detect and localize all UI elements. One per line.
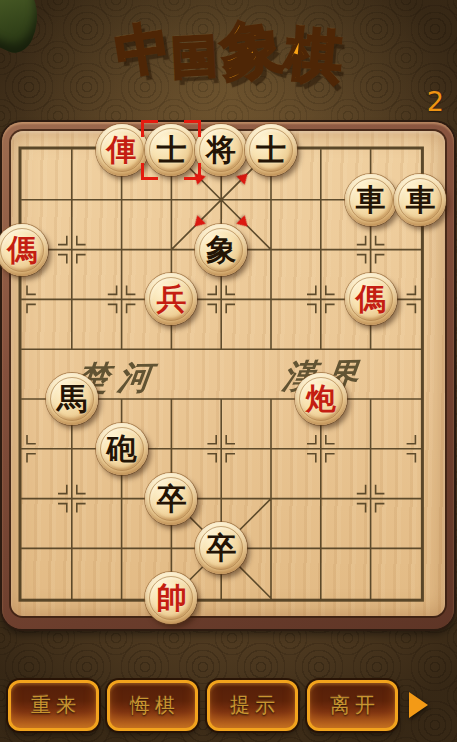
piece-black-advisor[interactable]: 士 <box>145 124 197 176</box>
piece-red-horse[interactable]: 傌 <box>345 273 397 325</box>
leave-button[interactable]: 离开 <box>307 680 398 731</box>
piece-black-chariot[interactable]: 車 <box>394 174 446 226</box>
xiangqi-app: 中国象棋 2 楚河 漢界 俥士将士車車傌象兵傌馬炮砲卒卒帥 重来 悔棋 提示 离… <box>0 0 457 742</box>
piece-black-cannon[interactable]: 砲 <box>96 423 148 475</box>
expand-arrow-icon[interactable] <box>409 692 428 718</box>
piece-red-horse[interactable]: 傌 <box>0 224 48 276</box>
undo-button[interactable]: 悔棋 <box>107 680 198 731</box>
hint-button[interactable]: 提示 <box>207 680 298 731</box>
piece-red-cannon[interactable]: 炮 <box>295 373 347 425</box>
piece-red-chariot[interactable]: 俥 <box>96 124 148 176</box>
piece-black-advisor[interactable]: 士 <box>245 124 297 176</box>
piece-black-general[interactable]: 将 <box>195 124 247 176</box>
restart-button[interactable]: 重来 <box>8 680 99 731</box>
piece-black-horse[interactable]: 馬 <box>46 373 98 425</box>
piece-black-chariot[interactable]: 車 <box>345 174 397 226</box>
piece-black-elephant[interactable]: 象 <box>195 224 247 276</box>
round-counter: 2 <box>427 86 444 117</box>
piece-black-soldier[interactable]: 卒 <box>145 473 197 525</box>
